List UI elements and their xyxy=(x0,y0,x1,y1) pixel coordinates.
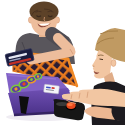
photo-frame xyxy=(0,0,125,125)
score-label xyxy=(44,84,60,94)
right-child-nostril xyxy=(93,66,94,67)
launcher-highlight xyxy=(56,102,68,106)
button-highlight xyxy=(67,103,73,106)
right-child-ear xyxy=(111,60,116,67)
right-child-eyebrow xyxy=(98,55,104,56)
right-child-eye xyxy=(100,59,104,60)
scene-illustration xyxy=(0,0,125,125)
